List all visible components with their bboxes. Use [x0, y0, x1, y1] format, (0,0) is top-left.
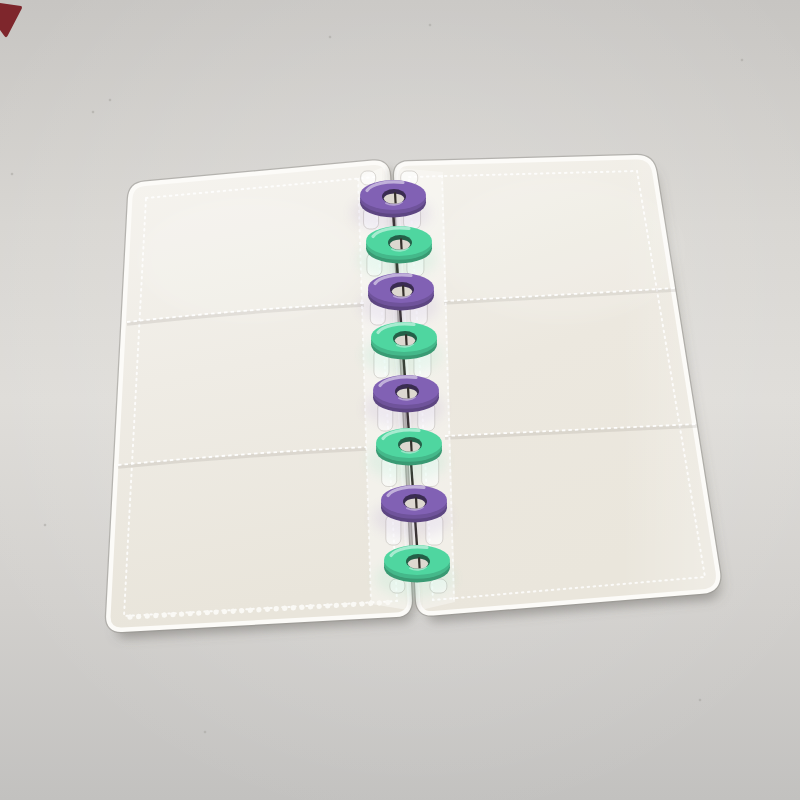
rod-through-hole — [403, 285, 404, 296]
dust-speck — [92, 111, 95, 114]
dust-speck — [109, 99, 112, 102]
rod-through-hole — [401, 238, 402, 249]
dust-speck — [699, 699, 702, 702]
rod-through-hole — [406, 334, 407, 345]
dust-speck — [741, 59, 744, 62]
rod-through-hole — [419, 557, 420, 568]
rod-through-hole — [395, 192, 396, 203]
dust-speck — [204, 731, 207, 734]
album-photo — [0, 0, 800, 800]
dust-speck — [429, 24, 432, 27]
dust-speck — [11, 173, 14, 176]
rod-through-hole — [416, 497, 417, 508]
dust-speck — [329, 36, 332, 39]
left-page-punch-slot — [361, 171, 376, 185]
left-page-sheen — [140, 200, 360, 320]
photo-canvas — [0, 0, 800, 800]
rod-through-hole — [408, 387, 409, 398]
right-page-sheen — [440, 180, 680, 320]
left-page — [111, 165, 408, 627]
rod-through-hole — [411, 440, 412, 451]
dust-speck — [44, 524, 47, 527]
right-page — [398, 159, 716, 611]
